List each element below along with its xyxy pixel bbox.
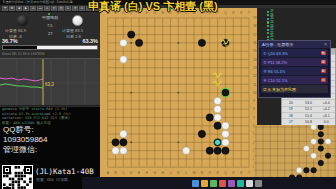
stone-N16 (198, 39, 205, 46)
svg-text:7: 7 (253, 116, 255, 120)
qq-group-label: QQ群号: (0, 125, 100, 135)
stone-C4 (120, 139, 127, 146)
move-dot-icon (267, 11, 269, 13)
svg-text:B: B (114, 171, 116, 175)
svg-text:S: S (240, 11, 242, 15)
black-player-stone-icon (17, 15, 28, 26)
stone-P3 (214, 147, 221, 154)
stone-C3 (120, 147, 127, 154)
mini-white-stone (325, 138, 331, 144)
move-dot-icon (267, 14, 269, 16)
svg-text:F: F (146, 171, 148, 175)
white-player-stone-icon (72, 15, 83, 26)
taskbar-icon-6[interactable] (246, 180, 253, 187)
move-dot-icon (267, 21, 269, 23)
black-winrate: 36.7% (2, 38, 18, 44)
svg-text:T: T (248, 11, 250, 15)
stone-O3 (206, 147, 213, 154)
close-icon[interactable]: × (324, 41, 330, 48)
winrate-bar (2, 45, 98, 50)
main-board-panel: AA19BB18CC17DD16EE15FF14GG13HH12JJ11KK10… (100, 8, 257, 178)
toolbar-button-2[interactable]: ◀ (16, 6, 22, 11)
suggestion-text: ① Q10 63.3% (263, 51, 288, 56)
mini-white-stone (311, 125, 317, 130)
toolbar-button-5[interactable]: ⏭ (37, 6, 43, 11)
winrate-bar-black (3, 46, 37, 49)
suggestion-badge: 试 (321, 78, 326, 83)
suggestion-text: ② P11 58.2% (263, 60, 287, 65)
move-dot-icon (267, 29, 269, 31)
mini-white-stone (296, 167, 302, 173)
toolbar-button-0[interactable]: 开 (2, 6, 8, 11)
stone-C16 (120, 39, 127, 46)
stone-C14 (120, 56, 127, 63)
engine-status-line: Kata1-N5 12-84 b 136/W30 (2, 52, 45, 56)
komi-value: 7.5 (47, 23, 53, 28)
svg-text:8: 8 (253, 107, 255, 111)
svg-text:L: L (185, 171, 187, 175)
suggestion-text: ④ C10 52.1% (263, 78, 288, 83)
app-window: K 围棋分析助手 - [申真谞vs卞相壹].sgf - KataGo引擎 开存◀… (0, 0, 336, 189)
popup-rows: ① Q10 63.3%热② P11 58.2%变③ R6 55.4%新④ C10… (259, 49, 330, 93)
analysis-right-panel: 272625242322212019181716 手数胜率目差2763.3+2.… (257, 8, 336, 178)
stone-Q3 (222, 147, 229, 154)
qq-group-number: 1093059864 (0, 135, 100, 145)
svg-text:S: S (240, 171, 242, 175)
toolbar-button-9[interactable]: 标 (65, 6, 71, 11)
mini-white-stone (311, 138, 317, 144)
engine-weight-sub: 权重 40b 已加载 (36, 177, 68, 182)
stone-L3 (183, 147, 190, 154)
taskbar-icon-1[interactable] (201, 180, 208, 187)
svg-text:63.3: 63.3 (45, 82, 54, 87)
stone-Q5 (222, 130, 229, 137)
taskbar-icon-0[interactable] (192, 180, 199, 187)
svg-text:E: E (138, 171, 140, 175)
stone-P6 (214, 122, 221, 129)
suggestion-row[interactable]: ① Q10 63.3%热 (261, 49, 328, 57)
stone-E16 (135, 39, 142, 46)
move-dot-icon (267, 18, 269, 20)
suggestion-row[interactable]: ④ C10 52.1%试 (261, 76, 328, 84)
stone-Q10 (222, 89, 229, 96)
stone-D17 (128, 31, 135, 38)
suggestion-text: 提示 黄标为变化图 (263, 87, 296, 92)
mini-black-stone (325, 153, 331, 159)
qr-code (2, 165, 33, 189)
toolbar-button-4[interactable]: ⏮ (30, 6, 36, 11)
mini-black-stone (318, 160, 324, 166)
match-title-overlay: 申真谞 (白) VS 卞相壹 (黑) (88, 0, 218, 14)
stone-O7 (206, 114, 213, 121)
stone-Q4 (222, 139, 229, 146)
engine-weight-name: (JL)Kata1-40B (35, 167, 94, 176)
mini-go-board[interactable] (254, 125, 336, 181)
white-stat-1: 计算量 83.5 (62, 28, 83, 33)
taskbar-icon-2[interactable] (210, 180, 217, 187)
toolbar-button-11[interactable]: 盘 (79, 6, 85, 11)
move-dot-icon (267, 36, 269, 38)
console-log: genmove 分析中 visits:849 (3.1%)winrate 63.… (0, 107, 100, 125)
mini-white-stone (303, 146, 309, 152)
taskbar-icon-7[interactable] (255, 180, 262, 187)
svg-text:P: P (217, 171, 219, 175)
stone-P8 (214, 105, 221, 112)
wechat-label: 管理微信: (0, 145, 100, 155)
winrate-graph[interactable]: 63.3 (0, 58, 100, 106)
toolbar-button-10[interactable]: 谱 (72, 6, 78, 11)
svg-text:11: 11 (253, 83, 257, 87)
windows-taskbar[interactable] (82, 177, 336, 189)
white-stat-2: 目差 2.8 (66, 34, 81, 39)
suggestion-badge: 变 (321, 60, 326, 65)
stone-Q6 (222, 122, 229, 129)
popup-title: AI分析 - 推荐着法 (262, 41, 293, 48)
mini-black-stone (318, 138, 324, 144)
svg-text:M: M (193, 171, 196, 175)
teal-marker (215, 140, 220, 145)
stone-C5 (120, 130, 127, 137)
taskbar-icon-5[interactable] (237, 180, 244, 187)
stone-P9 (214, 97, 221, 104)
mini-black-stone (318, 146, 324, 152)
mini-black-stone (311, 167, 317, 173)
rules-label: 中国规则 (42, 15, 58, 20)
toolbar-button-3[interactable]: ▶ (23, 6, 29, 11)
stone-P7 (214, 114, 221, 121)
svg-text:9: 9 (253, 99, 255, 103)
stone-N5 (198, 130, 205, 137)
move-dot-icon (267, 25, 269, 27)
suggestion-badge: 热 (321, 51, 326, 56)
go-board[interactable]: AA19BB18CC17DD16EE15FF14GG13HH12JJ11KK10… (100, 8, 257, 178)
suggestion-row[interactable]: ② P11 58.2%变 (261, 58, 328, 66)
ai-suggestion-popup[interactable]: AI分析 - 推荐着法 × ① Q10 63.3%热② P11 58.2%变③ … (258, 40, 331, 98)
toolbar-button-7[interactable]: 析 (51, 6, 57, 11)
stone-B4 (112, 139, 119, 146)
toolbar-button-8[interactable]: 图 (58, 6, 64, 11)
toolbar-button-1[interactable]: 存 (9, 6, 15, 11)
taskbar-icon-3[interactable] (219, 180, 226, 187)
analysis-left-panel: 中国规则 7.5 27 计算量 84.9 目差 -8 计算量 83.5 目差 2… (0, 12, 100, 189)
taskbar-icon-4[interactable] (228, 180, 235, 187)
mini-black-stone (303, 167, 309, 173)
mini-white-stone (311, 153, 317, 159)
toolbar-button-6[interactable]: 试 (44, 6, 50, 11)
suggestion-row[interactable]: 提示 黄标为变化图 (261, 85, 328, 93)
white-winrate: 63.3% (82, 38, 98, 44)
move-number: 27 (48, 31, 52, 36)
svg-text:T: T (248, 171, 250, 175)
stone-B3 (112, 147, 119, 154)
black-stat-1: 计算量 84.9 (5, 28, 26, 33)
popup-header: AI分析 - 推荐着法 × (259, 41, 330, 48)
suggestion-row[interactable]: ③ R6 55.4%新 (261, 67, 328, 75)
move-dot-icon (267, 32, 269, 34)
suggestion-text: ③ R6 55.4% (263, 69, 285, 74)
mini-black-stone (318, 131, 324, 137)
suggestion-badge: 新 (321, 69, 326, 74)
